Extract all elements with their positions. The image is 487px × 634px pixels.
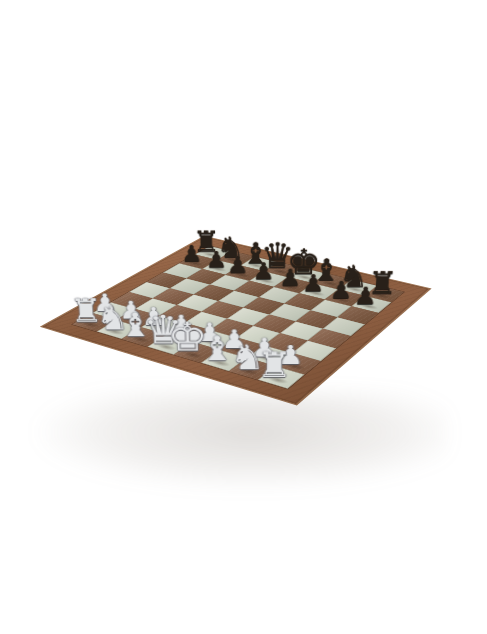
piece-black-pawn-c7: ♟ bbox=[227, 253, 249, 276]
piece-black-pawn-g7: ♟ bbox=[329, 278, 353, 302]
chess-box: ♜♞♝♛♚♝♞♜♟♟♟♟♟♟♟♟♟♟♟♟♟♟♟♟♜♞♝♛♚♝♞♜ bbox=[40, 236, 432, 406]
piece-black-pawn-a7: ♟ bbox=[181, 242, 203, 264]
product-photo: ♜♞♝♛♚♝♞♜♟♟♟♟♟♟♟♟♟♟♟♟♟♟♟♟♜♞♝♛♚♝♞♜ bbox=[0, 0, 487, 634]
piece-black-pawn-e7: ♟ bbox=[279, 266, 302, 289]
piece-black-pawn-d7: ♟ bbox=[252, 260, 275, 283]
piece-white-rook-h1: ♜ bbox=[257, 347, 293, 382]
piece-black-pawn-b7: ♟ bbox=[205, 248, 227, 270]
piece-black-pawn-f7: ♟ bbox=[301, 271, 325, 294]
piece-black-pawn-h7: ♟ bbox=[353, 284, 378, 308]
piece-white-bishop-f1: ♝ bbox=[200, 331, 235, 365]
